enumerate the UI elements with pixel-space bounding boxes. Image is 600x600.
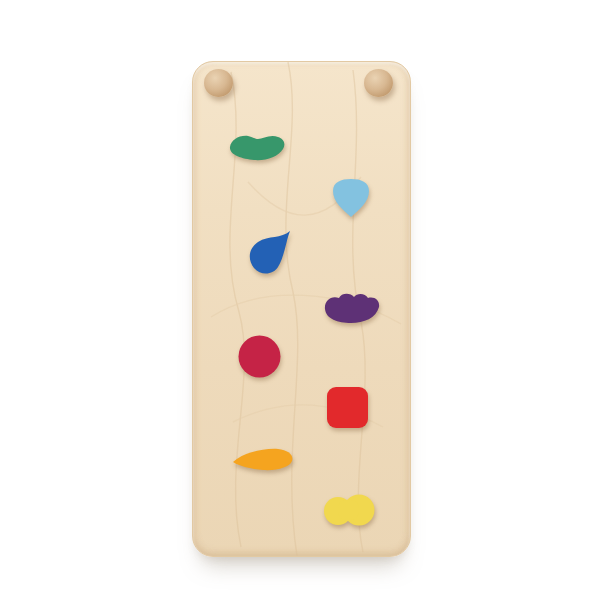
hold-green-bean [226,132,288,162]
light-blue-pick-shape-icon [329,177,373,219]
hold-orange-leaf [231,446,296,473]
hold-crimson-circle [238,335,281,378]
hold-yellow-peanut [323,494,375,526]
hold-light-blue-pick [329,177,373,219]
peg-top-right [364,69,393,97]
green-bean-shape-icon [226,132,288,162]
blue-fin-shape-icon [245,228,291,274]
climbing-board [192,61,411,557]
photo-stage [0,0,600,600]
hold-blue-fin [245,228,291,274]
yellow-peanut-shape-icon [323,494,375,526]
peg-top-left [204,69,233,97]
crimson-circle-shape-icon [238,335,281,378]
red-square-shape-icon [326,386,369,429]
hold-red-square [326,386,369,429]
hold-purple-scallop [322,292,382,324]
purple-scallop-shape-icon [322,292,382,324]
orange-leaf-shape-icon [231,446,296,473]
